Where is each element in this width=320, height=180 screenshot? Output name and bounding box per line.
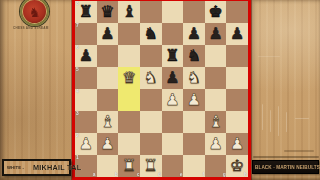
white-player-prefix: WHITE - xyxy=(7,165,24,169)
wood-scratch xyxy=(258,56,280,57)
square-g8: ♚ xyxy=(205,1,227,23)
piece-bp-e5: ♟ xyxy=(162,67,184,89)
square-e2 xyxy=(162,133,184,155)
square-c8: ♝ xyxy=(118,1,140,23)
wood-scratch xyxy=(284,150,314,152)
black-player-plate: BLACK - MARTIN NEIBULTS xyxy=(252,160,319,174)
square-f5: ♞ xyxy=(183,67,205,89)
wood-scratch xyxy=(286,112,287,132)
channel-logo: ♞ CHESS AND STREAM xyxy=(19,0,47,27)
rank-label-5: 5 xyxy=(76,67,79,72)
piece-wp-e4: ♟ xyxy=(162,89,184,111)
square-b3: ♝ xyxy=(97,111,119,133)
piece-wp-f4: ♟ xyxy=(183,89,205,111)
piece-wp-b2: ♟ xyxy=(97,133,119,155)
square-c1: c♜ xyxy=(118,155,140,177)
square-e5: ♟ xyxy=(162,67,184,89)
piece-bk-g8: ♚ xyxy=(205,1,227,23)
rank-label-3: 3 xyxy=(76,111,79,116)
square-b8: ♛ xyxy=(97,1,119,23)
logo-badge-icon: ♞ xyxy=(20,0,49,26)
square-g7: ♟ xyxy=(205,23,227,45)
wood-scratch xyxy=(295,118,309,119)
square-a5: 5 xyxy=(75,67,97,89)
piece-wp-g2: ♟ xyxy=(205,133,227,155)
square-h6 xyxy=(226,45,248,67)
square-a8: 8♜ xyxy=(75,1,97,23)
wood-scratch xyxy=(262,104,263,130)
square-d3 xyxy=(140,111,162,133)
square-c7 xyxy=(118,23,140,45)
piece-wk-h1: ♚ xyxy=(226,155,248,177)
square-c3 xyxy=(118,111,140,133)
white-player-plate: WHITE - MIKHAIL TAL xyxy=(2,159,71,176)
square-a3: 3 xyxy=(75,111,97,133)
piece-bn-f6: ♞ xyxy=(183,45,205,67)
wood-scratch xyxy=(253,156,319,158)
square-b2: ♟ xyxy=(97,133,119,155)
square-c4 xyxy=(118,89,140,111)
square-h5 xyxy=(226,67,248,89)
wood-scratch xyxy=(270,110,271,132)
square-d1: d♜ xyxy=(140,155,162,177)
piece-wn-d5: ♞ xyxy=(140,67,162,89)
square-f2 xyxy=(183,133,205,155)
square-b5 xyxy=(97,67,119,89)
white-player-name: MIKHAIL TAL xyxy=(33,163,81,171)
piece-wp-a2: ♟ xyxy=(75,133,97,155)
square-f6: ♞ xyxy=(183,45,205,67)
square-c5: ♛ xyxy=(118,67,140,89)
square-g1: g xyxy=(205,155,227,177)
square-a2: 2♟ xyxy=(75,133,97,155)
square-d2 xyxy=(140,133,162,155)
piece-wb-b3: ♝ xyxy=(97,111,119,133)
square-f7: ♟ xyxy=(183,23,205,45)
piece-bp-f7: ♟ xyxy=(183,23,205,45)
square-d4 xyxy=(140,89,162,111)
square-a7: 7 xyxy=(75,23,97,45)
square-h4 xyxy=(226,89,248,111)
square-e1: e xyxy=(162,155,184,177)
wood-scratch xyxy=(278,106,279,136)
square-d5: ♞ xyxy=(140,67,162,89)
chess-board: 8♜♛♝♚7♟♞♟♟♟6♟♜♞5♛♞♟♞4♟♟3♝♝2♟♟♟♟1abc♜d♜ef… xyxy=(72,0,251,180)
rank-label-4: 4 xyxy=(76,89,79,94)
square-g5 xyxy=(205,67,227,89)
piece-bp-a6: ♟ xyxy=(75,45,97,67)
square-a6: 6♟ xyxy=(75,45,97,67)
piece-wr-c1: ♜ xyxy=(118,155,140,177)
piece-br-a8: ♜ xyxy=(75,1,97,23)
piece-bp-h7: ♟ xyxy=(226,23,248,45)
piece-bp-g7: ♟ xyxy=(205,23,227,45)
square-f1: f xyxy=(183,155,205,177)
file-label-a: a xyxy=(93,172,96,177)
square-g2: ♟ xyxy=(205,133,227,155)
square-e6: ♜ xyxy=(162,45,184,67)
square-h3 xyxy=(226,111,248,133)
piece-wp-h2: ♟ xyxy=(226,133,248,155)
piece-bp-b7: ♟ xyxy=(97,23,119,45)
piece-bb-c8: ♝ xyxy=(118,1,140,23)
square-a4: 4 xyxy=(75,89,97,111)
piece-br-e6: ♜ xyxy=(162,45,184,67)
square-c6 xyxy=(118,45,140,67)
file-label-b: b xyxy=(114,172,117,177)
square-b4 xyxy=(97,89,119,111)
square-c2 xyxy=(118,133,140,155)
square-e3 xyxy=(162,111,184,133)
file-label-e: e xyxy=(179,172,182,177)
logo-caption: CHESS AND STREAM xyxy=(13,26,49,29)
square-f8 xyxy=(183,1,205,23)
square-g4 xyxy=(205,89,227,111)
square-g6 xyxy=(205,45,227,67)
square-b1: b xyxy=(97,155,119,177)
square-d6 xyxy=(140,45,162,67)
black-player-label: BLACK - MARTIN NEIBULTS xyxy=(255,165,320,170)
square-h1: h♚ xyxy=(226,155,248,177)
square-h7: ♟ xyxy=(226,23,248,45)
knight-emblem-icon: ♞ xyxy=(22,0,47,25)
rank-label-1: 1 xyxy=(76,155,79,160)
square-b7: ♟ xyxy=(97,23,119,45)
square-h8 xyxy=(226,1,248,23)
piece-bq-b8: ♛ xyxy=(97,1,119,23)
file-label-f: f xyxy=(202,172,204,177)
square-e7 xyxy=(162,23,184,45)
piece-wn-f5: ♞ xyxy=(183,67,205,89)
square-f4: ♟ xyxy=(183,89,205,111)
rank-label-7: 7 xyxy=(76,23,79,28)
piece-wr-d1: ♜ xyxy=(140,155,162,177)
piece-bn-d7: ♞ xyxy=(140,23,162,45)
square-f3 xyxy=(183,111,205,133)
piece-wq-c5: ♛ xyxy=(118,67,140,89)
square-e8 xyxy=(162,1,184,23)
square-d7: ♞ xyxy=(140,23,162,45)
file-label-g: g xyxy=(222,172,225,177)
video-frame: ♞ CHESS AND STREAM 8♜♛♝♚7♟♞♟♟♟6♟♜♞5♛♞♟♞4… xyxy=(0,0,320,180)
square-b6 xyxy=(97,45,119,67)
piece-wb-g3: ♝ xyxy=(205,111,227,133)
square-d8 xyxy=(140,1,162,23)
square-g3: ♝ xyxy=(205,111,227,133)
square-e4: ♟ xyxy=(162,89,184,111)
square-h2: ♟ xyxy=(226,133,248,155)
